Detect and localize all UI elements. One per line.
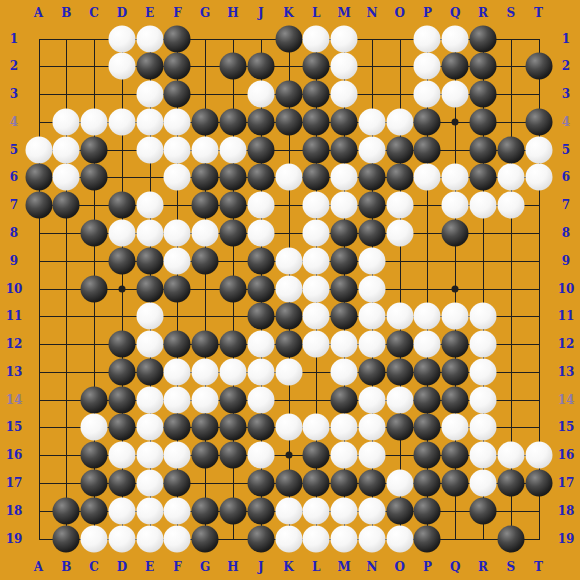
white-stone-O7[interactable] [386, 192, 413, 219]
black-stone-R18[interactable] [469, 497, 496, 524]
black-stone-H15[interactable] [219, 414, 246, 441]
coordinate-label: 18 [6, 504, 23, 518]
black-stone-F10[interactable] [164, 275, 191, 302]
black-stone-H4[interactable] [219, 108, 246, 135]
white-stone-R16[interactable] [469, 442, 496, 469]
white-stone-O14[interactable] [386, 386, 413, 413]
white-stone-P3[interactable] [414, 81, 441, 108]
white-stone-P12[interactable] [414, 331, 441, 358]
coordinate-label: 13 [558, 365, 575, 379]
black-stone-M11[interactable] [331, 303, 358, 330]
white-stone-E8[interactable] [136, 219, 163, 246]
hoshi-point [118, 285, 125, 292]
black-stone-Q14[interactable] [442, 386, 469, 413]
white-stone-C19[interactable] [81, 525, 108, 552]
white-stone-J13[interactable] [247, 358, 274, 385]
black-stone-G16[interactable] [192, 442, 219, 469]
coordinate-label: H [227, 560, 238, 574]
coordinate-label: S [506, 560, 515, 574]
black-stone-J9[interactable] [247, 247, 274, 274]
coordinate-label: 15 [6, 420, 23, 434]
white-stone-Q15[interactable] [442, 414, 469, 441]
white-stone-G13[interactable] [192, 358, 219, 385]
white-stone-G14[interactable] [192, 386, 219, 413]
white-stone-B6[interactable] [53, 164, 80, 191]
black-stone-Q17[interactable] [442, 469, 469, 496]
white-stone-M7[interactable] [331, 192, 358, 219]
coordinate-label: 14 [558, 393, 575, 407]
white-stone-M1[interactable] [331, 25, 358, 52]
coordinate-label: 17 [6, 476, 23, 490]
white-stone-R17[interactable] [469, 469, 496, 496]
white-stone-H5[interactable] [219, 136, 246, 163]
white-stone-Q6[interactable] [442, 164, 469, 191]
coordinate-label: 8 [562, 226, 570, 240]
white-stone-M6[interactable] [331, 164, 358, 191]
black-stone-P5[interactable] [414, 136, 441, 163]
white-stone-D2[interactable] [108, 53, 135, 80]
black-stone-B18[interactable] [53, 497, 80, 524]
black-stone-E9[interactable] [136, 247, 163, 274]
coordinate-label: 8 [10, 226, 18, 240]
black-stone-E13[interactable] [136, 358, 163, 385]
coordinate-label: T [534, 560, 543, 574]
black-stone-P4[interactable] [414, 108, 441, 135]
black-stone-M8[interactable] [331, 219, 358, 246]
black-stone-O12[interactable] [386, 331, 413, 358]
black-stone-N13[interactable] [358, 358, 385, 385]
black-stone-Q2[interactable] [442, 53, 469, 80]
black-stone-S17[interactable] [497, 469, 524, 496]
black-stone-T2[interactable] [525, 53, 552, 80]
black-stone-R6[interactable] [469, 164, 496, 191]
black-stone-J15[interactable] [247, 414, 274, 441]
white-stone-O4[interactable] [386, 108, 413, 135]
coordinate-label: M [337, 6, 350, 20]
coordinate-label: P [423, 560, 432, 574]
white-stone-M3[interactable] [331, 81, 358, 108]
white-stone-E3[interactable] [136, 81, 163, 108]
black-stone-K3[interactable] [275, 81, 302, 108]
coordinate-label: L [312, 6, 320, 20]
coordinate-label: C [89, 560, 99, 574]
white-stone-F6[interactable] [164, 164, 191, 191]
coordinate-label: B [61, 560, 71, 574]
white-stone-K13[interactable] [275, 358, 302, 385]
coordinate-label: 4 [562, 115, 570, 129]
white-stone-N9[interactable] [358, 247, 385, 274]
white-stone-D4[interactable] [108, 108, 135, 135]
black-stone-R3[interactable] [469, 81, 496, 108]
white-stone-L8[interactable] [303, 219, 330, 246]
coordinate-label: 16 [558, 448, 575, 462]
white-stone-E1[interactable] [136, 25, 163, 52]
white-stone-D8[interactable] [108, 219, 135, 246]
white-stone-L7[interactable] [303, 192, 330, 219]
white-stone-O17[interactable] [386, 469, 413, 496]
coordinate-label: 16 [6, 448, 23, 462]
black-stone-Q16[interactable] [442, 442, 469, 469]
black-stone-G18[interactable] [192, 497, 219, 524]
black-stone-D15[interactable] [108, 414, 135, 441]
black-stone-G4[interactable] [192, 108, 219, 135]
white-stone-F13[interactable] [164, 358, 191, 385]
coordinate-label: 17 [558, 476, 575, 490]
coordinate-label: 4 [10, 115, 18, 129]
coordinate-label: D [117, 560, 127, 574]
white-stone-E15[interactable] [136, 414, 163, 441]
coordinate-label: 10 [558, 282, 575, 296]
white-stone-G5[interactable] [192, 136, 219, 163]
black-stone-K17[interactable] [275, 469, 302, 496]
white-stone-A5[interactable] [25, 136, 52, 163]
white-stone-H13[interactable] [219, 358, 246, 385]
black-stone-P14[interactable] [414, 386, 441, 413]
white-stone-E16[interactable] [136, 442, 163, 469]
white-stone-L18[interactable] [303, 497, 330, 524]
black-stone-J18[interactable] [247, 497, 274, 524]
white-stone-N4[interactable] [358, 108, 385, 135]
white-stone-O11[interactable] [386, 303, 413, 330]
black-stone-F17[interactable] [164, 469, 191, 496]
white-stone-R14[interactable] [469, 386, 496, 413]
white-stone-O19[interactable] [386, 525, 413, 552]
white-stone-L11[interactable] [303, 303, 330, 330]
white-stone-N15[interactable] [358, 414, 385, 441]
black-stone-C8[interactable] [81, 219, 108, 246]
black-stone-J4[interactable] [247, 108, 274, 135]
white-stone-O8[interactable] [386, 219, 413, 246]
black-stone-P19[interactable] [414, 525, 441, 552]
black-stone-D17[interactable] [108, 469, 135, 496]
black-stone-M14[interactable] [331, 386, 358, 413]
coordinate-label: J [258, 560, 264, 574]
black-stone-H12[interactable] [219, 331, 246, 358]
white-stone-F8[interactable] [164, 219, 191, 246]
white-stone-M12[interactable] [331, 331, 358, 358]
black-stone-E10[interactable] [136, 275, 163, 302]
coordinate-label: O [394, 6, 404, 20]
coordinate-label: N [366, 6, 377, 20]
coordinate-label: 2 [10, 59, 18, 73]
coordinate-label: F [173, 560, 182, 574]
coordinate-label: 19 [558, 532, 575, 546]
black-stone-L6[interactable] [303, 164, 330, 191]
black-stone-O15[interactable] [386, 414, 413, 441]
coordinate-label: 18 [558, 504, 575, 518]
white-stone-E4[interactable] [136, 108, 163, 135]
black-stone-C14[interactable] [81, 386, 108, 413]
black-stone-N8[interactable] [358, 219, 385, 246]
black-stone-C18[interactable] [81, 497, 108, 524]
white-stone-E12[interactable] [136, 331, 163, 358]
black-stone-D9[interactable] [108, 247, 135, 274]
white-stone-F19[interactable] [164, 525, 191, 552]
black-stone-J11[interactable] [247, 303, 274, 330]
white-stone-E5[interactable] [136, 136, 163, 163]
white-stone-J8[interactable] [247, 219, 274, 246]
black-stone-Q12[interactable] [442, 331, 469, 358]
black-stone-H16[interactable] [219, 442, 246, 469]
black-stone-G15[interactable] [192, 414, 219, 441]
black-stone-S5[interactable] [497, 136, 524, 163]
white-stone-J3[interactable] [247, 81, 274, 108]
white-stone-L10[interactable] [303, 275, 330, 302]
white-stone-L12[interactable] [303, 331, 330, 358]
white-stone-P11[interactable] [414, 303, 441, 330]
white-stone-L1[interactable] [303, 25, 330, 52]
white-stone-C15[interactable] [81, 414, 108, 441]
black-stone-T17[interactable] [525, 469, 552, 496]
black-stone-D13[interactable] [108, 358, 135, 385]
black-stone-M4[interactable] [331, 108, 358, 135]
coordinate-label: 13 [6, 365, 23, 379]
black-stone-K1[interactable] [275, 25, 302, 52]
black-stone-O13[interactable] [386, 358, 413, 385]
white-stone-M13[interactable] [331, 358, 358, 385]
black-stone-K12[interactable] [275, 331, 302, 358]
white-stone-D16[interactable] [108, 442, 135, 469]
white-stone-J7[interactable] [247, 192, 274, 219]
black-stone-J5[interactable] [247, 136, 274, 163]
white-stone-B4[interactable] [53, 108, 80, 135]
black-stone-C6[interactable] [81, 164, 108, 191]
black-stone-M10[interactable] [331, 275, 358, 302]
black-stone-D12[interactable] [108, 331, 135, 358]
black-stone-J19[interactable] [247, 525, 274, 552]
black-stone-O5[interactable] [386, 136, 413, 163]
black-stone-T4[interactable] [525, 108, 552, 135]
black-stone-R5[interactable] [469, 136, 496, 163]
white-stone-F4[interactable] [164, 108, 191, 135]
black-stone-B19[interactable] [53, 525, 80, 552]
black-stone-M17[interactable] [331, 469, 358, 496]
white-stone-M19[interactable] [331, 525, 358, 552]
black-stone-L16[interactable] [303, 442, 330, 469]
black-stone-Q8[interactable] [442, 219, 469, 246]
white-stone-C4[interactable] [81, 108, 108, 135]
white-stone-M18[interactable] [331, 497, 358, 524]
black-stone-R2[interactable] [469, 53, 496, 80]
black-stone-B7[interactable] [53, 192, 80, 219]
black-stone-G9[interactable] [192, 247, 219, 274]
white-stone-N14[interactable] [358, 386, 385, 413]
black-stone-J17[interactable] [247, 469, 274, 496]
black-stone-M9[interactable] [331, 247, 358, 274]
black-stone-P13[interactable] [414, 358, 441, 385]
coordinate-label: 7 [562, 198, 570, 212]
white-stone-N18[interactable] [358, 497, 385, 524]
white-stone-R11[interactable] [469, 303, 496, 330]
white-stone-E18[interactable] [136, 497, 163, 524]
coordinate-label: M [337, 560, 350, 574]
black-stone-L4[interactable] [303, 108, 330, 135]
coordinate-label: 2 [562, 59, 570, 73]
white-stone-Q1[interactable] [442, 25, 469, 52]
white-stone-R12[interactable] [469, 331, 496, 358]
black-stone-N6[interactable] [358, 164, 385, 191]
black-stone-H7[interactable] [219, 192, 246, 219]
black-stone-F3[interactable] [164, 81, 191, 108]
black-stone-F1[interactable] [164, 25, 191, 52]
coordinate-label: L [312, 560, 320, 574]
black-stone-C17[interactable] [81, 469, 108, 496]
black-stone-A6[interactable] [25, 164, 52, 191]
white-stone-E19[interactable] [136, 525, 163, 552]
white-stone-N16[interactable] [358, 442, 385, 469]
white-stone-T5[interactable] [525, 136, 552, 163]
white-stone-N12[interactable] [358, 331, 385, 358]
black-stone-H14[interactable] [219, 386, 246, 413]
coordinate-label: 9 [562, 254, 570, 268]
white-stone-B5[interactable] [53, 136, 80, 163]
coordinate-label: 14 [6, 393, 23, 407]
black-stone-H10[interactable] [219, 275, 246, 302]
hoshi-point [452, 118, 459, 125]
white-stone-R13[interactable] [469, 358, 496, 385]
black-stone-H8[interactable] [219, 219, 246, 246]
black-stone-E2[interactable] [136, 53, 163, 80]
white-stone-G8[interactable] [192, 219, 219, 246]
black-stone-P18[interactable] [414, 497, 441, 524]
white-stone-D19[interactable] [108, 525, 135, 552]
black-stone-M5[interactable] [331, 136, 358, 163]
white-stone-M2[interactable] [331, 53, 358, 80]
black-stone-F2[interactable] [164, 53, 191, 80]
white-stone-R7[interactable] [469, 192, 496, 219]
white-stone-S16[interactable] [497, 442, 524, 469]
white-stone-M15[interactable] [331, 414, 358, 441]
white-stone-M16[interactable] [331, 442, 358, 469]
black-stone-H18[interactable] [219, 497, 246, 524]
white-stone-J14[interactable] [247, 386, 274, 413]
black-stone-C16[interactable] [81, 442, 108, 469]
black-stone-P16[interactable] [414, 442, 441, 469]
black-stone-J10[interactable] [247, 275, 274, 302]
coordinate-label: 6 [10, 170, 18, 184]
black-stone-N17[interactable] [358, 469, 385, 496]
coordinate-label: O [394, 560, 404, 574]
white-stone-F16[interactable] [164, 442, 191, 469]
white-stone-P2[interactable] [414, 53, 441, 80]
white-stone-F9[interactable] [164, 247, 191, 274]
white-stone-K15[interactable] [275, 414, 302, 441]
black-stone-C5[interactable] [81, 136, 108, 163]
black-stone-F12[interactable] [164, 331, 191, 358]
black-stone-N7[interactable] [358, 192, 385, 219]
black-stone-O18[interactable] [386, 497, 413, 524]
white-stone-K6[interactable] [275, 164, 302, 191]
black-stone-F15[interactable] [164, 414, 191, 441]
black-stone-G19[interactable] [192, 525, 219, 552]
white-stone-N19[interactable] [358, 525, 385, 552]
coordinate-label: G [200, 560, 210, 574]
black-stone-R4[interactable] [469, 108, 496, 135]
white-stone-N5[interactable] [358, 136, 385, 163]
white-stone-S7[interactable] [497, 192, 524, 219]
black-stone-D7[interactable] [108, 192, 135, 219]
white-stone-S6[interactable] [497, 164, 524, 191]
white-stone-Q11[interactable] [442, 303, 469, 330]
black-stone-Q13[interactable] [442, 358, 469, 385]
white-stone-K18[interactable] [275, 497, 302, 524]
coordinate-label: 11 [558, 309, 575, 323]
coordinate-label: Q [450, 6, 460, 20]
coordinate-label: 5 [562, 143, 570, 157]
white-stone-T6[interactable] [525, 164, 552, 191]
coordinate-label: G [200, 6, 210, 20]
white-stone-T16[interactable] [525, 442, 552, 469]
black-stone-C10[interactable] [81, 275, 108, 302]
coordinate-label: 6 [562, 170, 570, 184]
coordinate-label: S [506, 6, 515, 20]
coordinate-label: 12 [6, 337, 23, 351]
black-stone-H6[interactable] [219, 164, 246, 191]
white-stone-K19[interactable] [275, 525, 302, 552]
white-stone-D18[interactable] [108, 497, 135, 524]
white-stone-E11[interactable] [136, 303, 163, 330]
coordinate-label: 3 [10, 87, 18, 101]
white-stone-E7[interactable] [136, 192, 163, 219]
white-stone-N11[interactable] [358, 303, 385, 330]
white-stone-E14[interactable] [136, 386, 163, 413]
white-stone-Q7[interactable] [442, 192, 469, 219]
black-stone-A7[interactable] [25, 192, 52, 219]
black-stone-O6[interactable] [386, 164, 413, 191]
white-stone-F5[interactable] [164, 136, 191, 163]
white-stone-P1[interactable] [414, 25, 441, 52]
white-stone-R15[interactable] [469, 414, 496, 441]
coordinate-label: 19 [6, 532, 23, 546]
white-stone-N10[interactable] [358, 275, 385, 302]
white-stone-F18[interactable] [164, 497, 191, 524]
black-stone-G7[interactable] [192, 192, 219, 219]
white-stone-Q3[interactable] [442, 81, 469, 108]
white-stone-L15[interactable] [303, 414, 330, 441]
black-stone-K4[interactable] [275, 108, 302, 135]
black-stone-H2[interactable] [219, 53, 246, 80]
black-stone-P17[interactable] [414, 469, 441, 496]
white-stone-L19[interactable] [303, 525, 330, 552]
black-stone-J2[interactable] [247, 53, 274, 80]
white-stone-J16[interactable] [247, 442, 274, 469]
white-stone-P6[interactable] [414, 164, 441, 191]
coordinate-label: 15 [558, 420, 575, 434]
black-stone-L2[interactable] [303, 53, 330, 80]
black-stone-K11[interactable] [275, 303, 302, 330]
black-stone-P15[interactable] [414, 414, 441, 441]
white-stone-L9[interactable] [303, 247, 330, 274]
white-stone-J12[interactable] [247, 331, 274, 358]
black-stone-D14[interactable] [108, 386, 135, 413]
black-stone-G12[interactable] [192, 331, 219, 358]
black-stone-L17[interactable] [303, 469, 330, 496]
coordinate-label: 7 [10, 198, 18, 212]
black-stone-L3[interactable] [303, 81, 330, 108]
go-board[interactable]: AABBCCDDEEFFGGHHJJKKLLMMNNOOPPQQRRSSTT11… [0, 0, 580, 580]
coordinate-label: J [258, 6, 264, 20]
white-stone-K10[interactable] [275, 275, 302, 302]
black-stone-J6[interactable] [247, 164, 274, 191]
black-stone-L5[interactable] [303, 136, 330, 163]
black-stone-S19[interactable] [497, 525, 524, 552]
white-stone-F14[interactable] [164, 386, 191, 413]
white-stone-D1[interactable] [108, 25, 135, 52]
black-stone-R1[interactable] [469, 25, 496, 52]
white-stone-K9[interactable] [275, 247, 302, 274]
white-stone-E17[interactable] [136, 469, 163, 496]
black-stone-G6[interactable] [192, 164, 219, 191]
